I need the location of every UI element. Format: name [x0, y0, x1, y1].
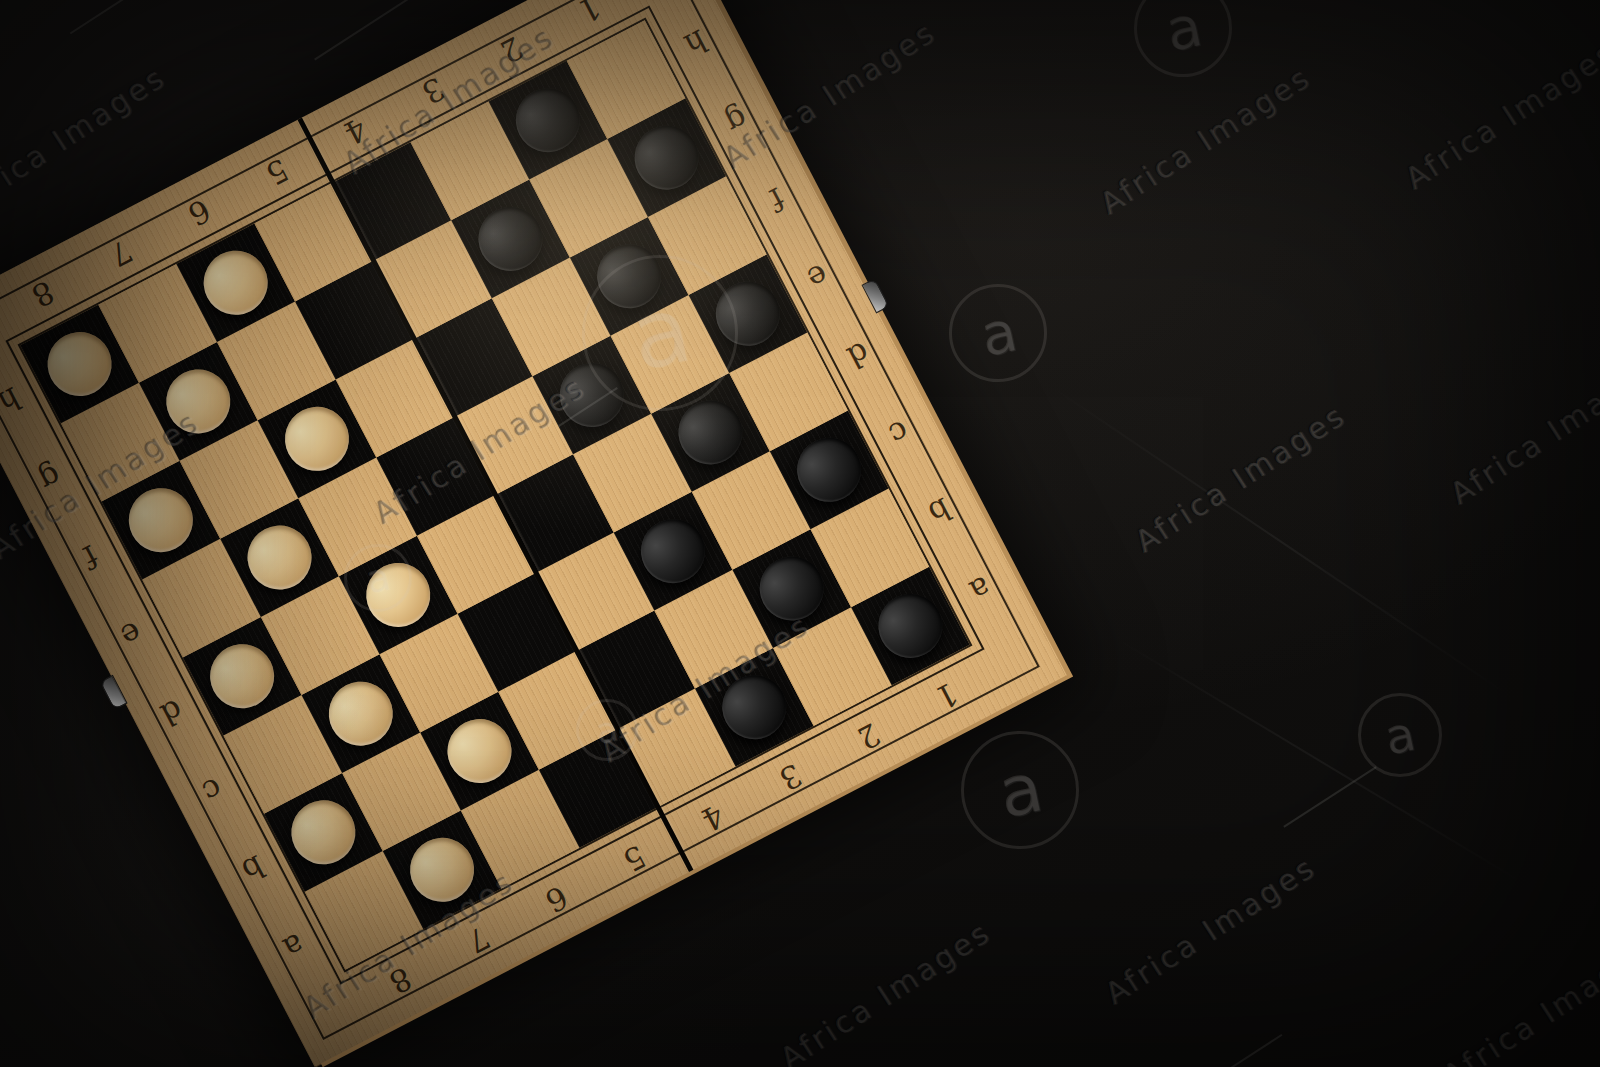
- checker-dark-g1[interactable]: ⛂: [623, 114, 709, 200]
- checker-dark-h2[interactable]: ⛂: [505, 77, 591, 163]
- checker-light-g7[interactable]: ⛀: [155, 358, 241, 444]
- checker-light-h8[interactable]: ⛀: [36, 321, 122, 407]
- checker-dark-a3[interactable]: ⛂: [711, 664, 797, 750]
- checker-dark-c3[interactable]: ⛂: [630, 508, 716, 594]
- checker-light-f6[interactable]: ⛀: [274, 396, 360, 482]
- checker-light-d8[interactable]: ⛀: [199, 633, 285, 719]
- checker-dark-g3[interactable]: ⛂: [467, 196, 553, 282]
- checker-light-e7[interactable]: ⛀: [236, 514, 322, 600]
- checker-dark-f2[interactable]: ⛂: [586, 233, 672, 319]
- checker-dark-a1[interactable]: ⛂: [867, 583, 953, 669]
- checker-dark-e1[interactable]: ⛂: [705, 271, 791, 357]
- checker-light-a7[interactable]: ⛀: [399, 827, 485, 913]
- checker-light-d6[interactable]: ⛀: [355, 552, 441, 638]
- checker-light-b8[interactable]: ⛀: [280, 789, 366, 875]
- checker-dark-e3[interactable]: ⛂: [549, 352, 635, 438]
- checker-dark-b2[interactable]: ⛂: [749, 545, 835, 631]
- checker-light-b6[interactable]: ⛀: [436, 708, 522, 794]
- checker-dark-d2[interactable]: ⛂: [667, 389, 753, 475]
- checker-light-c7[interactable]: ⛀: [318, 671, 404, 757]
- photo-scene: abcdefgh abcdefgh 87654321 87654321 ⛀⛀⛀⛀…: [0, 0, 1600, 1067]
- checker-light-f8[interactable]: ⛀: [118, 477, 204, 563]
- checker-dark-c1[interactable]: ⛂: [786, 427, 872, 513]
- checker-light-h6[interactable]: ⛀: [193, 240, 279, 326]
